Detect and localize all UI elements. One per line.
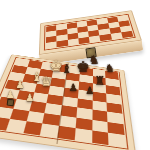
open-chess-board xyxy=(0,21,139,150)
board-square xyxy=(92,131,109,145)
board-checkerboard xyxy=(0,57,129,149)
board-square xyxy=(108,133,126,148)
product-photo-scene: ♟♟♟♝♛♚♝♟♚♟♜♞♞ xyxy=(0,0,150,150)
board-surface xyxy=(0,54,137,150)
side-clasp-icon xyxy=(7,99,15,107)
board-square xyxy=(74,128,91,142)
board-square xyxy=(40,124,59,138)
board-square xyxy=(57,126,75,140)
